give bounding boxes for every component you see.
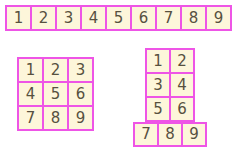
number-cell: 3 xyxy=(147,74,169,96)
number-cell: 5 xyxy=(107,7,130,29)
number-cell: 9 xyxy=(183,124,205,145)
worksheet-canvas: 123456789 123456789 123456 789 xyxy=(0,0,234,153)
grid-1x3-right-bottom: 789 xyxy=(133,122,207,147)
number-cell: 8 xyxy=(182,7,205,29)
grid-3x3-left: 123456789 xyxy=(17,57,94,131)
number-cell: 8 xyxy=(44,107,67,129)
number-cell: 2 xyxy=(171,50,193,72)
number-cell: 4 xyxy=(171,74,193,96)
grid-2x3-right-upper: 123456 xyxy=(145,48,195,122)
number-cell: 5 xyxy=(147,98,169,120)
number-cell: 8 xyxy=(159,124,181,145)
number-cell: 6 xyxy=(171,98,193,120)
number-cell: 7 xyxy=(135,124,157,145)
number-cell: 6 xyxy=(132,7,155,29)
number-cell: 3 xyxy=(69,59,92,81)
number-cell: 4 xyxy=(82,7,105,29)
number-cell: 4 xyxy=(19,83,42,105)
number-cell: 1 xyxy=(19,59,42,81)
number-cell: 2 xyxy=(44,59,67,81)
grid-1x9-top-row: 123456789 xyxy=(5,5,232,31)
number-cell: 1 xyxy=(147,50,169,72)
number-cell: 7 xyxy=(157,7,180,29)
number-cell: 6 xyxy=(69,83,92,105)
number-cell: 5 xyxy=(44,83,67,105)
number-cell: 2 xyxy=(32,7,55,29)
number-cell: 9 xyxy=(207,7,230,29)
number-cell: 7 xyxy=(19,107,42,129)
number-cell: 9 xyxy=(69,107,92,129)
number-cell: 1 xyxy=(7,7,30,29)
number-cell: 3 xyxy=(57,7,80,29)
